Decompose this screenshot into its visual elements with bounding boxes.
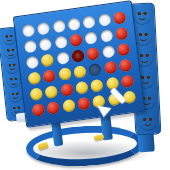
grid-cell-r1c6[interactable]	[115, 27, 128, 41]
grid-cell-r4c3[interactable]	[75, 81, 88, 95]
red-disc	[43, 69, 56, 83]
yellow-disc	[62, 99, 75, 113]
yellow-disc	[73, 65, 86, 79]
red-disc	[119, 59, 132, 73]
red-disc	[117, 43, 130, 57]
grid-cell-r0c5[interactable]	[98, 13, 111, 27]
grid-cell-r4c2[interactable]	[60, 83, 73, 97]
grid-cell-r1c1[interactable]	[39, 38, 52, 52]
grid-cell-r1c5[interactable]	[100, 29, 113, 43]
red-disc	[115, 27, 128, 41]
grid-cell-r0c0[interactable]	[22, 24, 35, 38]
grid-cell-r2c0[interactable]	[25, 56, 38, 70]
grid-cell-r2c5[interactable]	[102, 45, 115, 59]
grid-cell-r3c5[interactable]	[104, 61, 117, 75]
red-disc	[69, 33, 82, 47]
grid-cell-r0c6[interactable]	[113, 11, 126, 25]
red-smiley-disc[interactable]	[133, 7, 152, 26]
yellow-disc	[29, 87, 42, 101]
connect-four-photo	[0, 0, 170, 170]
red-disc	[71, 49, 84, 63]
yellow-smiley-disc[interactable]	[138, 112, 157, 131]
grid-cell-r0c1[interactable]	[37, 22, 50, 36]
grid-cell-r3c2[interactable]	[58, 67, 71, 81]
white-arrow-graphic	[95, 88, 128, 118]
red-disc	[87, 47, 100, 61]
yellow-disc	[58, 67, 71, 81]
grid-cell-r0c3[interactable]	[67, 18, 80, 32]
grid-cell-r3c1[interactable]	[43, 69, 56, 83]
grid-cell-r2c4[interactable]	[87, 47, 100, 61]
yellow-disc	[27, 72, 40, 86]
red-disc	[47, 101, 60, 115]
yellow-smiley-disc[interactable]	[8, 88, 23, 103]
grid-cell-r2c1[interactable]	[41, 54, 54, 68]
grid-cell-r4c1[interactable]	[45, 85, 58, 99]
red-disc	[121, 75, 134, 89]
grid-cell-r2c6[interactable]	[117, 43, 130, 57]
grid-cell-r5c1[interactable]	[47, 101, 60, 115]
yellow-disc	[75, 81, 88, 95]
grid-cell-r3c6[interactable]	[119, 59, 132, 73]
grid-cell-r3c0[interactable]	[27, 72, 40, 86]
grid-cell-r1c2[interactable]	[54, 36, 67, 50]
grid-cell-r0c2[interactable]	[52, 20, 65, 34]
grid-cell-r3c4[interactable]	[89, 63, 102, 77]
grid-cell-r2c2[interactable]	[56, 51, 69, 65]
red-disc	[104, 61, 117, 75]
yellow-disc	[41, 54, 54, 68]
grid-cell-r4c0[interactable]	[29, 87, 42, 101]
grid-cell-r1c4[interactable]	[85, 31, 98, 45]
grid-cell-r0c4[interactable]	[83, 15, 96, 29]
grid-cell-r1c0[interactable]	[24, 40, 37, 54]
grid-cell-r5c2[interactable]	[62, 99, 75, 113]
red-disc	[113, 11, 126, 25]
yellow-disc	[45, 85, 58, 99]
grid-cell-r1c3[interactable]	[69, 33, 82, 47]
red-disc	[31, 103, 44, 117]
grid-cell-r4c6[interactable]	[121, 75, 134, 89]
grid-cell-r5c0[interactable]	[31, 103, 44, 117]
red-disc	[77, 97, 90, 111]
red-disc	[60, 83, 73, 97]
grid-cell-r3c3[interactable]	[73, 65, 86, 79]
grid-cell-r2c3[interactable]	[71, 49, 84, 63]
grid-cell-r5c3[interactable]	[77, 97, 90, 111]
